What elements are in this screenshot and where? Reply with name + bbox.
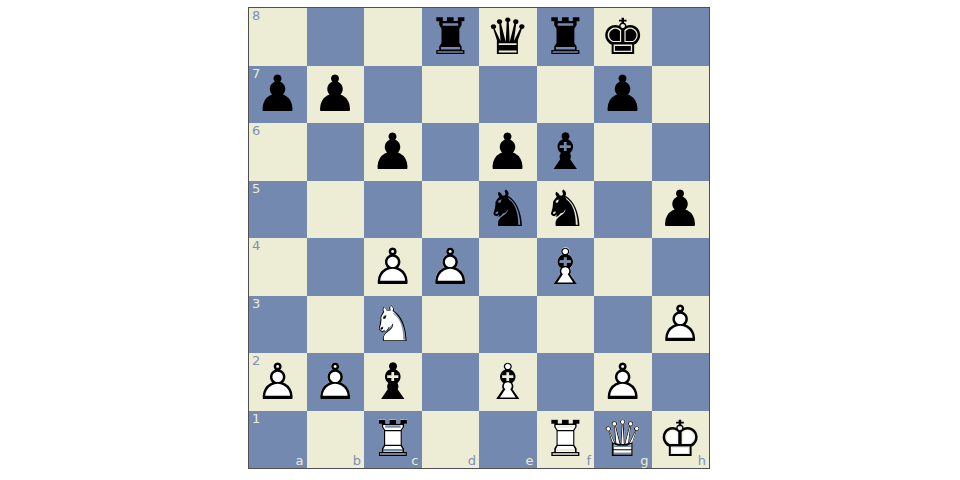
white-piece-outline: ♖ (364, 411, 422, 469)
square-b6[interactable] (307, 123, 365, 181)
square-b4[interactable] (307, 238, 365, 296)
square-d4[interactable]: ♟♙ (422, 238, 480, 296)
square-g3[interactable] (594, 296, 652, 354)
white-pawn-d4[interactable]: ♟♙ (422, 238, 480, 296)
white-bishop-e2[interactable]: ♝♗ (479, 353, 537, 411)
square-e1[interactable]: e (479, 411, 537, 469)
square-c7[interactable] (364, 66, 422, 124)
white-piece-outline: ♘ (364, 296, 422, 354)
file-label-a: a (296, 454, 304, 468)
file-label-e: e (526, 454, 534, 468)
square-g8[interactable]: ♚ (594, 8, 652, 66)
rank-label-5: 5 (252, 182, 260, 196)
white-bishop-f4[interactable]: ♝♗ (537, 238, 595, 296)
white-knight-c3[interactable]: ♞♘ (364, 296, 422, 354)
white-piece-outline: ♖ (537, 411, 595, 469)
square-h8[interactable] (652, 8, 710, 66)
square-a4[interactable]: 4 (249, 238, 307, 296)
square-a7[interactable]: 7♟ (249, 66, 307, 124)
square-b1[interactable]: b (307, 411, 365, 469)
square-h5[interactable]: ♟ (652, 181, 710, 239)
square-f8[interactable]: ♜ (537, 8, 595, 66)
square-d3[interactable] (422, 296, 480, 354)
black-rook-d8[interactable]: ♜ (422, 8, 480, 66)
square-f3[interactable] (537, 296, 595, 354)
square-c6[interactable]: ♟ (364, 123, 422, 181)
white-king-h1[interactable]: ♚♔ (652, 411, 710, 469)
black-rook-f8[interactable]: ♜ (537, 8, 595, 66)
white-piece-outline: ♙ (364, 238, 422, 296)
square-c3[interactable]: ♞♘ (364, 296, 422, 354)
square-a8[interactable]: 8 (249, 8, 307, 66)
black-knight-e5[interactable]: ♞ (479, 181, 537, 239)
square-g5[interactable] (594, 181, 652, 239)
white-pawn-c4[interactable]: ♟♙ (364, 238, 422, 296)
square-g7[interactable]: ♟ (594, 66, 652, 124)
square-b5[interactable] (307, 181, 365, 239)
square-h2[interactable] (652, 353, 710, 411)
square-g6[interactable] (594, 123, 652, 181)
square-f7[interactable] (537, 66, 595, 124)
square-h4[interactable] (652, 238, 710, 296)
black-king-g8[interactable]: ♚ (594, 8, 652, 66)
square-d7[interactable] (422, 66, 480, 124)
square-d8[interactable]: ♜ (422, 8, 480, 66)
square-g1[interactable]: g♛♕ (594, 411, 652, 469)
rank-label-8: 8 (252, 9, 260, 23)
black-pawn-e6[interactable]: ♟ (479, 123, 537, 181)
square-a2[interactable]: 2♟♙ (249, 353, 307, 411)
white-piece-outline: ♙ (594, 353, 652, 411)
square-c8[interactable] (364, 8, 422, 66)
square-e8[interactable]: ♛ (479, 8, 537, 66)
square-h1[interactable]: h♚♔ (652, 411, 710, 469)
white-piece-outline: ♙ (249, 353, 307, 411)
file-label-d: d (468, 454, 476, 468)
square-b3[interactable] (307, 296, 365, 354)
white-piece-outline: ♙ (422, 238, 480, 296)
square-b8[interactable] (307, 8, 365, 66)
square-f6[interactable]: ♝ (537, 123, 595, 181)
white-pawn-b2[interactable]: ♟♙ (307, 353, 365, 411)
square-c5[interactable] (364, 181, 422, 239)
black-bishop-c2[interactable]: ♝ (364, 353, 422, 411)
rank-label-6: 6 (252, 124, 260, 138)
square-f5[interactable]: ♞ (537, 181, 595, 239)
black-knight-f5[interactable]: ♞ (537, 181, 595, 239)
chess-board: 8♜♛♜♚7♟♟♟6♟♟♝5♞♞♟4♟♙♟♙♝♗3♞♘♟♙2♟♙♟♙♝♝♗♟♙1… (248, 7, 710, 469)
square-e3[interactable] (479, 296, 537, 354)
black-pawn-h5[interactable]: ♟ (652, 181, 710, 239)
square-f4[interactable]: ♝♗ (537, 238, 595, 296)
square-d1[interactable]: d (422, 411, 480, 469)
square-e4[interactable] (479, 238, 537, 296)
square-a6[interactable]: 6 (249, 123, 307, 181)
square-h7[interactable] (652, 66, 710, 124)
rank-label-3: 3 (252, 297, 260, 311)
white-piece-outline: ♙ (652, 296, 710, 354)
white-piece-outline: ♔ (652, 411, 710, 469)
white-pawn-h3[interactable]: ♟♙ (652, 296, 710, 354)
square-f1[interactable]: f♜♖ (537, 411, 595, 469)
black-pawn-g7[interactable]: ♟ (594, 66, 652, 124)
square-e7[interactable] (479, 66, 537, 124)
square-a5[interactable]: 5 (249, 181, 307, 239)
white-piece-outline: ♕ (594, 411, 652, 469)
white-piece-outline: ♗ (479, 353, 537, 411)
square-c2[interactable]: ♝ (364, 353, 422, 411)
square-g4[interactable] (594, 238, 652, 296)
square-e2[interactable]: ♝♗ (479, 353, 537, 411)
square-e5[interactable]: ♞ (479, 181, 537, 239)
square-a3[interactable]: 3 (249, 296, 307, 354)
square-h6[interactable] (652, 123, 710, 181)
white-rook-f1[interactable]: ♜♖ (537, 411, 595, 469)
square-c1[interactable]: c♜♖ (364, 411, 422, 469)
square-b7[interactable]: ♟ (307, 66, 365, 124)
square-f2[interactable] (537, 353, 595, 411)
white-queen-g1[interactable]: ♛♕ (594, 411, 652, 469)
white-rook-c1[interactable]: ♜♖ (364, 411, 422, 469)
square-d6[interactable] (422, 123, 480, 181)
black-pawn-b7[interactable]: ♟ (307, 66, 365, 124)
rank-label-1: 1 (252, 412, 260, 426)
black-pawn-a7[interactable]: ♟ (249, 66, 307, 124)
white-pawn-a2[interactable]: ♟♙ (249, 353, 307, 411)
file-label-b: b (353, 454, 361, 468)
white-pawn-g2[interactable]: ♟♙ (594, 353, 652, 411)
square-b2[interactable]: ♟♙ (307, 353, 365, 411)
square-h3[interactable]: ♟♙ (652, 296, 710, 354)
square-c4[interactable]: ♟♙ (364, 238, 422, 296)
black-bishop-f6[interactable]: ♝ (537, 123, 595, 181)
square-d5[interactable] (422, 181, 480, 239)
square-e6[interactable]: ♟ (479, 123, 537, 181)
rank-label-4: 4 (252, 239, 260, 253)
white-piece-outline: ♙ (307, 353, 365, 411)
black-pawn-c6[interactable]: ♟ (364, 123, 422, 181)
square-a1[interactable]: 1a (249, 411, 307, 469)
square-g2[interactable]: ♟♙ (594, 353, 652, 411)
white-piece-outline: ♗ (537, 238, 595, 296)
square-d2[interactable] (422, 353, 480, 411)
black-queen-e8[interactable]: ♛ (479, 8, 537, 66)
